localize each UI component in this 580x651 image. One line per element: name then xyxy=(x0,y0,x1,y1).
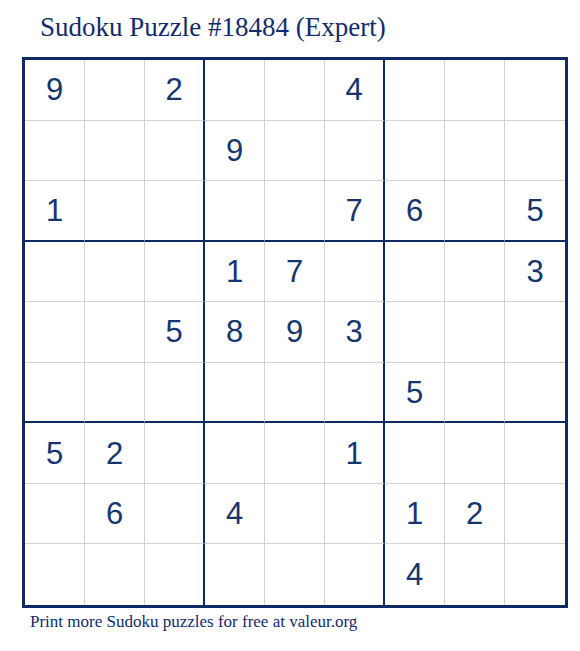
sudoku-cell-r1c5 xyxy=(265,60,325,121)
sudoku-cell-r9c3 xyxy=(145,544,205,605)
sudoku-cell-r4c4: 1 xyxy=(205,242,265,303)
sudoku-cell-r2c3 xyxy=(145,121,205,182)
sudoku-cell-r6c9 xyxy=(505,363,565,424)
sudoku-cell-r2c4: 9 xyxy=(205,121,265,182)
page-title: Sudoku Puzzle #18484 (Expert) xyxy=(40,12,386,43)
sudoku-cell-r3c3 xyxy=(145,181,205,242)
sudoku-cell-r2c8 xyxy=(445,121,505,182)
sudoku-page: Sudoku Puzzle #18484 (Expert) 9249176517… xyxy=(0,0,580,651)
sudoku-cell-r8c4: 4 xyxy=(205,484,265,545)
sudoku-cell-r1c3: 2 xyxy=(145,60,205,121)
sudoku-cell-r1c7 xyxy=(385,60,445,121)
sudoku-cell-r7c6: 1 xyxy=(325,423,385,484)
sudoku-cell-r7c1: 5 xyxy=(25,423,85,484)
sudoku-cell-r5c4: 8 xyxy=(205,302,265,363)
sudoku-cell-r1c4 xyxy=(205,60,265,121)
sudoku-cell-r2c7 xyxy=(385,121,445,182)
sudoku-cell-r7c2: 2 xyxy=(85,423,145,484)
sudoku-cell-r5c5: 9 xyxy=(265,302,325,363)
sudoku-cell-r9c2 xyxy=(85,544,145,605)
sudoku-cell-r7c9 xyxy=(505,423,565,484)
sudoku-cell-r8c1 xyxy=(25,484,85,545)
sudoku-cell-r9c7: 4 xyxy=(385,544,445,605)
sudoku-cell-r2c1 xyxy=(25,121,85,182)
sudoku-cell-r1c8 xyxy=(445,60,505,121)
sudoku-cell-r4c3 xyxy=(145,242,205,303)
sudoku-cell-r4c5: 7 xyxy=(265,242,325,303)
sudoku-cell-r1c9 xyxy=(505,60,565,121)
sudoku-cell-r6c5 xyxy=(265,363,325,424)
sudoku-cell-r8c6 xyxy=(325,484,385,545)
sudoku-cell-r9c1 xyxy=(25,544,85,605)
sudoku-cell-r6c4 xyxy=(205,363,265,424)
sudoku-cell-r3c5 xyxy=(265,181,325,242)
sudoku-cell-r5c3: 5 xyxy=(145,302,205,363)
sudoku-cell-r9c9 xyxy=(505,544,565,605)
sudoku-cell-r2c9 xyxy=(505,121,565,182)
sudoku-cell-r9c4 xyxy=(205,544,265,605)
sudoku-cell-r7c7 xyxy=(385,423,445,484)
sudoku-cell-r5c2 xyxy=(85,302,145,363)
sudoku-cell-r3c4 xyxy=(205,181,265,242)
sudoku-cell-r5c6: 3 xyxy=(325,302,385,363)
sudoku-cell-r8c5 xyxy=(265,484,325,545)
sudoku-cell-r8c8: 2 xyxy=(445,484,505,545)
sudoku-cell-r6c8 xyxy=(445,363,505,424)
sudoku-cell-r4c6 xyxy=(325,242,385,303)
sudoku-cell-r4c1 xyxy=(25,242,85,303)
sudoku-cell-r1c6: 4 xyxy=(325,60,385,121)
sudoku-cell-r9c6 xyxy=(325,544,385,605)
sudoku-cell-r6c2 xyxy=(85,363,145,424)
sudoku-cell-r7c5 xyxy=(265,423,325,484)
sudoku-cell-r5c8 xyxy=(445,302,505,363)
sudoku-cell-r6c6 xyxy=(325,363,385,424)
sudoku-cell-r6c7: 5 xyxy=(385,363,445,424)
sudoku-cell-r8c3 xyxy=(145,484,205,545)
sudoku-cell-r5c9 xyxy=(505,302,565,363)
sudoku-cell-r7c4 xyxy=(205,423,265,484)
sudoku-cell-r8c7: 1 xyxy=(385,484,445,545)
sudoku-cell-r3c7: 6 xyxy=(385,181,445,242)
sudoku-cell-r4c2 xyxy=(85,242,145,303)
sudoku-cell-r3c2 xyxy=(85,181,145,242)
sudoku-cell-r9c5 xyxy=(265,544,325,605)
sudoku-cell-r2c5 xyxy=(265,121,325,182)
sudoku-cell-r3c9: 5 xyxy=(505,181,565,242)
sudoku-cell-r4c9: 3 xyxy=(505,242,565,303)
sudoku-cell-r6c3 xyxy=(145,363,205,424)
sudoku-cell-r3c1: 1 xyxy=(25,181,85,242)
sudoku-cell-r2c6 xyxy=(325,121,385,182)
sudoku-cell-r2c2 xyxy=(85,121,145,182)
sudoku-cell-r5c1 xyxy=(25,302,85,363)
sudoku-cell-r3c8 xyxy=(445,181,505,242)
sudoku-cell-r4c8 xyxy=(445,242,505,303)
footer-text: Print more Sudoku puzzles for free at va… xyxy=(30,612,357,632)
sudoku-cell-r8c9 xyxy=(505,484,565,545)
sudoku-board: 924917651735893552164124 xyxy=(22,57,568,608)
sudoku-cell-r3c6: 7 xyxy=(325,181,385,242)
sudoku-cell-r6c1 xyxy=(25,363,85,424)
sudoku-cell-r7c8 xyxy=(445,423,505,484)
sudoku-cell-r5c7 xyxy=(385,302,445,363)
sudoku-cell-r8c2: 6 xyxy=(85,484,145,545)
sudoku-cell-r9c8 xyxy=(445,544,505,605)
sudoku-cell-r1c2 xyxy=(85,60,145,121)
sudoku-cell-r1c1: 9 xyxy=(25,60,85,121)
sudoku-cell-r4c7 xyxy=(385,242,445,303)
sudoku-cell-r7c3 xyxy=(145,423,205,484)
